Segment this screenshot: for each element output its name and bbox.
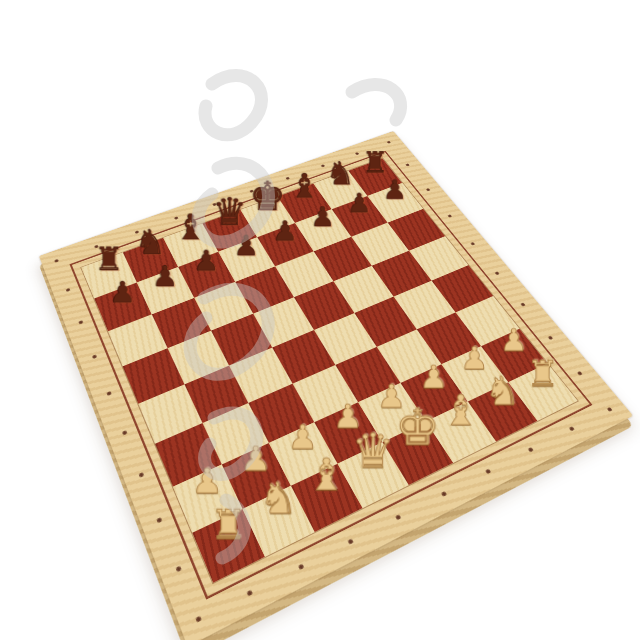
frame-dot bbox=[92, 354, 97, 359]
frame-dot bbox=[387, 141, 392, 144]
frame-dot bbox=[355, 152, 360, 155]
frame-dot bbox=[405, 163, 410, 166]
scene: ♜♞♝♛♚♝♞♜♟♟♟♟♟♟♟♟♟♟♟♟♟♟♟♟♜♞♝♛♚♝♞♜ bbox=[0, 0, 640, 640]
frame-dot bbox=[528, 447, 534, 452]
frame-dot bbox=[78, 320, 83, 324]
frame-dot bbox=[138, 472, 144, 478]
frame-dot bbox=[569, 426, 575, 431]
frame-dot bbox=[485, 469, 491, 475]
frame-dot bbox=[175, 566, 181, 573]
frame-dot bbox=[548, 336, 554, 341]
frame-dot bbox=[441, 491, 447, 497]
frame-dot bbox=[174, 216, 179, 220]
frame-dot bbox=[347, 538, 353, 544]
frame-dot bbox=[249, 190, 254, 193]
frame-dot bbox=[470, 242, 475, 246]
chess-board: ♜♞♝♛♚♝♞♜♟♟♟♟♟♟♟♟♟♟♟♟♟♟♟♟♜♞♝♛♚♝♞♜ bbox=[39, 131, 633, 640]
frame-dot bbox=[285, 177, 290, 180]
frame-dot bbox=[447, 214, 452, 218]
frame-dot bbox=[66, 288, 71, 292]
frame-dot bbox=[246, 590, 253, 597]
board-grid: ♜♞♝♛♚♝♞♜♟♟♟♟♟♟♟♟♟♟♟♟♟♟♟♟♜♞♝♛♚♝♞♜ bbox=[81, 158, 577, 582]
frame-dot bbox=[577, 371, 583, 376]
frame-dot bbox=[395, 514, 401, 520]
photo-canvas: ♜♞♝♛♚♝♞♜♟♟♟♟♟♟♟♟♟♟♟♟♟♟♟♟♜♞♝♛♚♝♞♜ bbox=[0, 0, 640, 640]
frame-dot bbox=[195, 616, 202, 623]
frame-dot bbox=[321, 164, 326, 167]
frame-dot bbox=[495, 271, 500, 275]
frame-dot bbox=[607, 407, 613, 412]
board-frame: ♜♞♝♛♚♝♞♜♟♟♟♟♟♟♟♟♟♟♟♟♟♟♟♟♜♞♝♛♚♝♞♜ bbox=[39, 131, 633, 640]
white-pawn: ♟ bbox=[446, 342, 504, 373]
frame-dot bbox=[156, 517, 162, 523]
frame-dot bbox=[298, 564, 305, 571]
frame-dot bbox=[122, 430, 128, 435]
frame-dot bbox=[135, 230, 140, 234]
frame-dot bbox=[212, 203, 217, 206]
frame-dot bbox=[426, 188, 431, 191]
frame-dot bbox=[106, 391, 111, 396]
frame-dot bbox=[94, 245, 99, 249]
frame-dot bbox=[54, 259, 59, 263]
frame-dot bbox=[520, 302, 526, 306]
